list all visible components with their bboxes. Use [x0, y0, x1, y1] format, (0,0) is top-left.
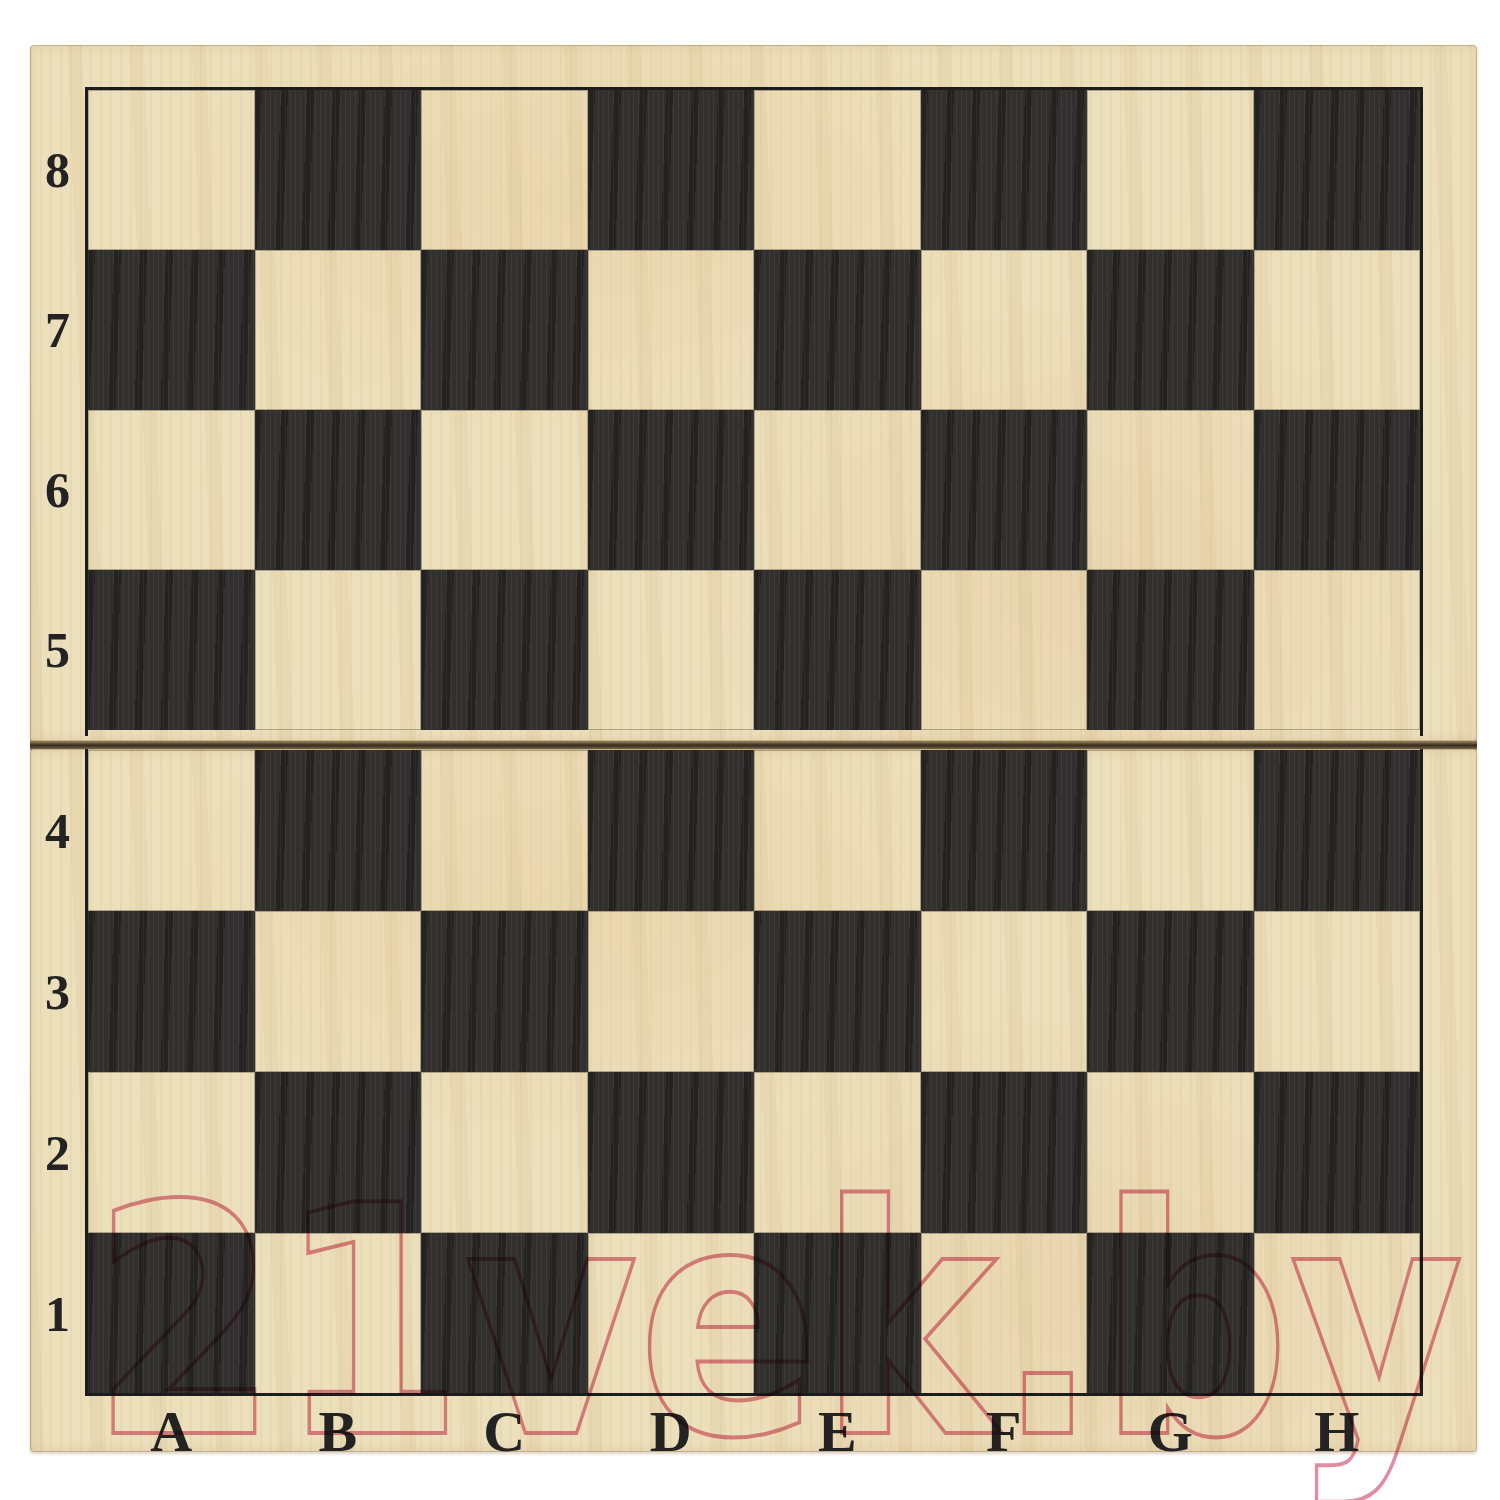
- file-label-f: F: [921, 1394, 1088, 1465]
- file-label-h: H: [1254, 1394, 1421, 1465]
- square-c5: [421, 570, 588, 730]
- grid-bottom: [88, 750, 1420, 1394]
- square-f8: [921, 90, 1088, 250]
- square-f2: [921, 1072, 1088, 1233]
- rank-label-7: 7: [30, 250, 85, 410]
- rank-label-8: 8: [30, 90, 85, 250]
- square-b6: [255, 410, 422, 570]
- rank-label-5: 5: [30, 570, 85, 730]
- square-e8: [754, 90, 921, 250]
- square-d1: [588, 1233, 755, 1394]
- square-g8: [1087, 90, 1254, 250]
- square-h8: [1254, 90, 1421, 250]
- square-d2: [588, 1072, 755, 1233]
- square-f5: [921, 570, 1088, 730]
- square-h6: [1254, 410, 1421, 570]
- square-c2: [421, 1072, 588, 1233]
- square-h3: [1254, 911, 1421, 1072]
- file-label-c: C: [421, 1394, 588, 1465]
- square-h4: [1254, 750, 1421, 911]
- square-a7: [88, 250, 255, 410]
- square-h5: [1254, 570, 1421, 730]
- square-e1: [754, 1233, 921, 1394]
- square-d3: [588, 911, 755, 1072]
- board-panel-top: 8765: [30, 45, 1477, 741]
- square-f7: [921, 250, 1088, 410]
- square-e2: [754, 1072, 921, 1233]
- square-g4: [1087, 750, 1254, 911]
- square-g1: [1087, 1233, 1254, 1394]
- square-d4: [588, 750, 755, 911]
- square-b4: [255, 750, 422, 911]
- file-label-b: B: [255, 1394, 422, 1465]
- file-labels: ABCDEFGH: [88, 1394, 1420, 1451]
- square-d5: [588, 570, 755, 730]
- rank-label-2: 2: [30, 1072, 85, 1233]
- square-h2: [1254, 1072, 1421, 1233]
- square-e5: [754, 570, 921, 730]
- square-c8: [421, 90, 588, 250]
- square-c7: [421, 250, 588, 410]
- product-photo-background: 8765 ABCDEFGH 4321 21vek.by: [0, 0, 1500, 1500]
- square-g6: [1087, 410, 1254, 570]
- rank-label-6: 6: [30, 410, 85, 570]
- square-e4: [754, 750, 921, 911]
- square-f4: [921, 750, 1088, 911]
- rank-label-3: 3: [30, 911, 85, 1072]
- square-g7: [1087, 250, 1254, 410]
- square-g5: [1087, 570, 1254, 730]
- square-h1: [1254, 1233, 1421, 1394]
- rank-label-4: 4: [30, 750, 85, 911]
- square-a8: [88, 90, 255, 250]
- square-d6: [588, 410, 755, 570]
- file-label-g: G: [1087, 1394, 1254, 1465]
- grid-top: [88, 90, 1420, 730]
- square-b7: [255, 250, 422, 410]
- square-a3: [88, 911, 255, 1072]
- rank-label-1: 1: [30, 1233, 85, 1394]
- square-c1: [421, 1233, 588, 1394]
- square-a2: [88, 1072, 255, 1233]
- square-b8: [255, 90, 422, 250]
- square-c6: [421, 410, 588, 570]
- file-label-d: D: [588, 1394, 755, 1465]
- square-e7: [754, 250, 921, 410]
- square-b5: [255, 570, 422, 730]
- square-b2: [255, 1072, 422, 1233]
- square-e3: [754, 911, 921, 1072]
- square-c3: [421, 911, 588, 1072]
- square-g2: [1087, 1072, 1254, 1233]
- file-label-a: A: [88, 1394, 255, 1465]
- square-c4: [421, 750, 588, 911]
- square-d7: [588, 250, 755, 410]
- square-e6: [754, 410, 921, 570]
- square-a6: [88, 410, 255, 570]
- square-g3: [1087, 911, 1254, 1072]
- square-h7: [1254, 250, 1421, 410]
- square-b1: [255, 1233, 422, 1394]
- square-f3: [921, 911, 1088, 1072]
- square-f6: [921, 410, 1088, 570]
- square-d8: [588, 90, 755, 250]
- square-a5: [88, 570, 255, 730]
- square-b3: [255, 911, 422, 1072]
- square-a4: [88, 750, 255, 911]
- square-a1: [88, 1233, 255, 1394]
- file-label-e: E: [754, 1394, 921, 1465]
- board-panel-bottom: ABCDEFGH 4321: [30, 749, 1477, 1452]
- square-f1: [921, 1233, 1088, 1394]
